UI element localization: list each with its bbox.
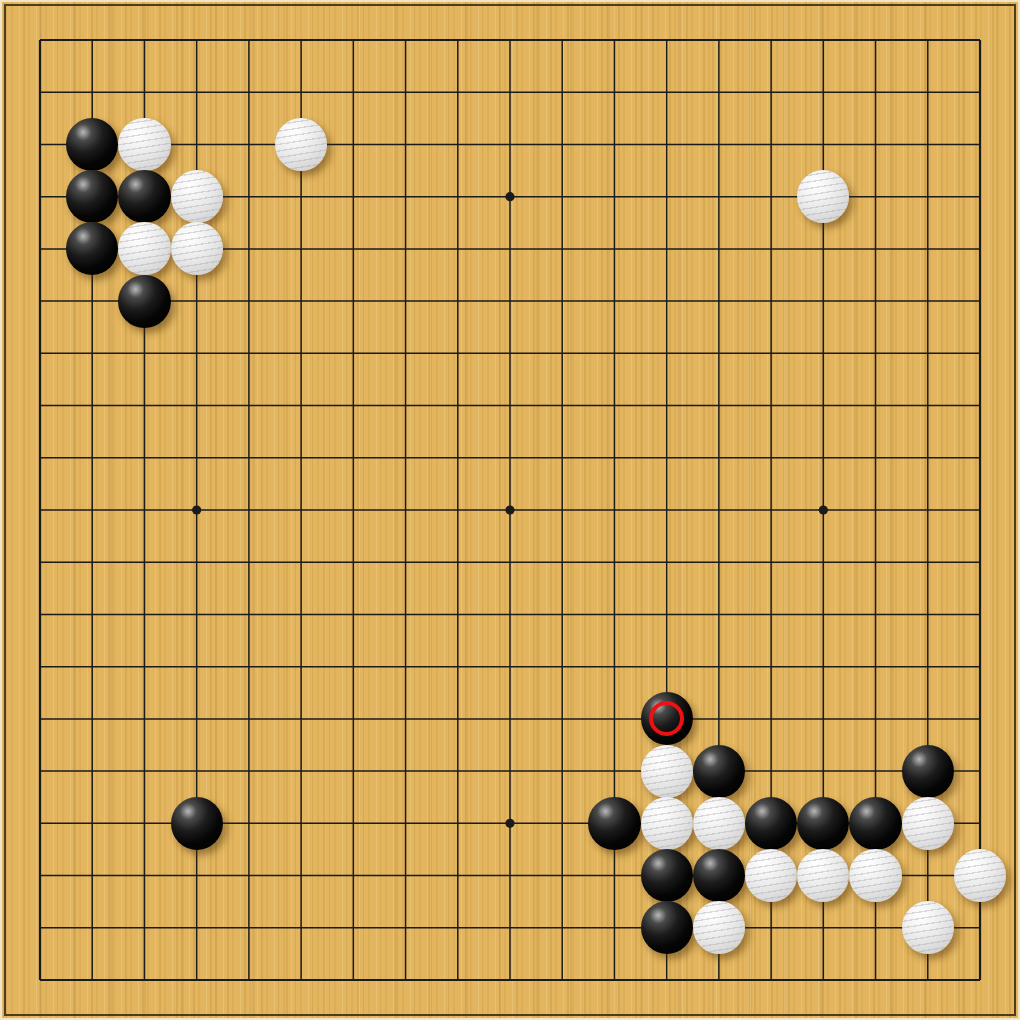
intersection-c0-r5[interactable] [14,275,66,327]
intersection-c16-r8[interactable] [849,432,901,484]
intersection-c2-r2[interactable]: ○ [118,118,170,170]
intersection-c11-r9[interactable] [588,484,640,536]
intersection-c0-r18[interactable] [14,954,66,1006]
intersection-c7-r18[interactable] [379,954,431,1006]
intersection-c15-r7[interactable] [797,379,849,431]
intersection-c15-r2[interactable] [797,118,849,170]
intersection-c18-r12[interactable] [954,641,1006,693]
intersection-c11-r4[interactable] [588,223,640,275]
intersection-c17-r0[interactable] [902,14,954,66]
intersection-c8-r6[interactable] [432,327,484,379]
intersection-c8-r4[interactable] [432,223,484,275]
intersection-c7-r11[interactable] [379,588,431,640]
intersection-c7-r17[interactable] [379,902,431,954]
intersection-c16-r14[interactable] [849,745,901,797]
intersection-c17-r16[interactable] [902,849,954,901]
intersection-c10-r11[interactable] [536,588,588,640]
intersection-c10-r4[interactable] [536,223,588,275]
intersection-c7-r7[interactable] [379,379,431,431]
intersection-c17-r13[interactable] [902,693,954,745]
intersection-c3-r10[interactable] [171,536,223,588]
intersection-c9-r14[interactable] [484,745,536,797]
intersection-c3-r14[interactable] [171,745,223,797]
intersection-c11-r18[interactable] [588,954,640,1006]
intersection-c2-r6[interactable] [118,327,170,379]
intersection-c9-r15[interactable] [484,797,536,849]
intersection-c12-r10[interactable] [641,536,693,588]
intersection-c0-r6[interactable] [14,327,66,379]
intersection-c9-r6[interactable] [484,327,536,379]
intersection-c16-r10[interactable] [849,536,901,588]
intersection-c4-r14[interactable] [223,745,275,797]
intersection-c15-r10[interactable] [797,536,849,588]
intersection-c0-r10[interactable] [14,536,66,588]
intersection-c16-r6[interactable] [849,327,901,379]
intersection-c13-r3[interactable] [693,171,745,223]
intersection-c3-r13[interactable] [171,693,223,745]
intersection-c6-r7[interactable] [327,379,379,431]
intersection-c10-r14[interactable] [536,745,588,797]
intersection-c5-r6[interactable] [275,327,327,379]
intersection-c17-r3[interactable] [902,171,954,223]
intersection-c2-r4[interactable]: ○ [118,223,170,275]
intersection-c2-r10[interactable] [118,536,170,588]
intersection-c12-r7[interactable] [641,379,693,431]
intersection-c7-r15[interactable] [379,797,431,849]
intersection-c18-r18[interactable] [954,954,1006,1006]
intersection-c12-r2[interactable] [641,118,693,170]
intersection-c6-r17[interactable] [327,902,379,954]
intersection-c6-r14[interactable] [327,745,379,797]
intersection-c10-r12[interactable] [536,641,588,693]
intersection-c5-r2[interactable]: ○ [275,118,327,170]
intersection-c15-r4[interactable] [797,223,849,275]
intersection-c4-r3[interactable] [223,171,275,223]
intersection-c1-r16[interactable] [66,849,118,901]
intersection-c18-r3[interactable] [954,171,1006,223]
intersection-c9-r0[interactable] [484,14,536,66]
intersection-c9-r12[interactable] [484,641,536,693]
intersection-c5-r11[interactable] [275,588,327,640]
intersection-c1-r3[interactable]: ● [66,171,118,223]
intersection-c4-r4[interactable] [223,223,275,275]
intersection-c9-r11[interactable] [484,588,536,640]
intersection-c9-r3[interactable] [484,171,536,223]
intersection-c1-r8[interactable] [66,432,118,484]
intersection-c4-r15[interactable] [223,797,275,849]
intersection-c14-r11[interactable] [745,588,797,640]
intersection-c18-r16[interactable]: ○ [954,849,1006,901]
intersection-c8-r17[interactable] [432,902,484,954]
intersection-c13-r8[interactable] [693,432,745,484]
intersection-c2-r8[interactable] [118,432,170,484]
intersection-c0-r2[interactable] [14,118,66,170]
intersection-c13-r14[interactable]: ● [693,745,745,797]
intersection-c15-r6[interactable] [797,327,849,379]
intersection-c14-r5[interactable] [745,275,797,327]
intersection-c18-r9[interactable] [954,484,1006,536]
intersection-c13-r16[interactable]: ● [693,849,745,901]
intersection-c15-r16[interactable]: ○ [797,849,849,901]
intersection-c15-r5[interactable] [797,275,849,327]
intersection-c9-r2[interactable] [484,118,536,170]
intersection-c10-r8[interactable] [536,432,588,484]
intersection-c7-r9[interactable] [379,484,431,536]
intersection-c7-r4[interactable] [379,223,431,275]
intersection-c7-r1[interactable] [379,66,431,118]
intersection-c0-r7[interactable] [14,379,66,431]
intersection-c9-r7[interactable] [484,379,536,431]
intersection-c0-r17[interactable] [14,902,66,954]
intersection-c11-r14[interactable] [588,745,640,797]
intersection-c13-r13[interactable] [693,693,745,745]
intersection-c12-r4[interactable] [641,223,693,275]
intersection-c6-r15[interactable] [327,797,379,849]
intersection-c8-r3[interactable] [432,171,484,223]
intersection-c3-r11[interactable] [171,588,223,640]
intersection-c0-r4[interactable] [14,223,66,275]
intersection-c11-r17[interactable] [588,902,640,954]
intersection-c16-r18[interactable] [849,954,901,1006]
intersection-c11-r10[interactable] [588,536,640,588]
intersection-c10-r1[interactable] [536,66,588,118]
intersection-c16-r9[interactable] [849,484,901,536]
intersection-c10-r3[interactable] [536,171,588,223]
intersection-c6-r16[interactable] [327,849,379,901]
intersection-c7-r12[interactable] [379,641,431,693]
intersection-c12-r1[interactable] [641,66,693,118]
intersection-c8-r16[interactable] [432,849,484,901]
intersection-c17-r4[interactable] [902,223,954,275]
intersection-c0-r8[interactable] [14,432,66,484]
intersection-c6-r9[interactable] [327,484,379,536]
intersection-c6-r6[interactable] [327,327,379,379]
intersection-c13-r11[interactable] [693,588,745,640]
intersection-c8-r2[interactable] [432,118,484,170]
intersection-c13-r9[interactable] [693,484,745,536]
intersection-c10-r15[interactable] [536,797,588,849]
intersection-c14-r1[interactable] [745,66,797,118]
intersection-c7-r10[interactable] [379,536,431,588]
intersection-c8-r18[interactable] [432,954,484,1006]
intersection-c18-r10[interactable] [954,536,1006,588]
intersection-c17-r14[interactable]: ● [902,745,954,797]
intersection-c8-r11[interactable] [432,588,484,640]
intersection-c18-r4[interactable] [954,223,1006,275]
intersection-c5-r4[interactable] [275,223,327,275]
intersection-c12-r17[interactable]: ● [641,902,693,954]
intersection-c15-r1[interactable] [797,66,849,118]
intersection-c4-r17[interactable] [223,902,275,954]
intersection-c5-r1[interactable] [275,66,327,118]
intersection-c1-r18[interactable] [66,954,118,1006]
intersection-c5-r18[interactable] [275,954,327,1006]
intersection-c6-r2[interactable] [327,118,379,170]
intersection-c3-r7[interactable] [171,379,223,431]
intersection-c16-r3[interactable] [849,171,901,223]
intersection-c12-r6[interactable] [641,327,693,379]
intersection-c9-r5[interactable] [484,275,536,327]
intersection-c0-r16[interactable] [14,849,66,901]
intersection-c1-r10[interactable] [66,536,118,588]
intersection-c2-r14[interactable] [118,745,170,797]
intersection-c17-r1[interactable] [902,66,954,118]
intersection-c2-r11[interactable] [118,588,170,640]
intersection-c10-r13[interactable] [536,693,588,745]
intersection-c16-r5[interactable] [849,275,901,327]
intersection-c1-r6[interactable] [66,327,118,379]
intersection-c14-r7[interactable] [745,379,797,431]
intersection-c2-r15[interactable] [118,797,170,849]
intersection-c4-r5[interactable] [223,275,275,327]
intersection-c4-r13[interactable] [223,693,275,745]
intersection-c8-r9[interactable] [432,484,484,536]
intersection-c2-r3[interactable]: ● [118,171,170,223]
intersection-c2-r1[interactable] [118,66,170,118]
intersection-c7-r5[interactable] [379,275,431,327]
intersection-c0-r1[interactable] [14,66,66,118]
intersection-c4-r12[interactable] [223,641,275,693]
intersection-c8-r14[interactable] [432,745,484,797]
intersection-c17-r12[interactable] [902,641,954,693]
intersection-c6-r4[interactable] [327,223,379,275]
intersection-c13-r12[interactable] [693,641,745,693]
intersection-c17-r7[interactable] [902,379,954,431]
intersection-c1-r12[interactable] [66,641,118,693]
intersection-c1-r2[interactable]: ● [66,118,118,170]
intersection-c17-r2[interactable] [902,118,954,170]
intersection-c3-r16[interactable] [171,849,223,901]
intersection-c1-r4[interactable]: ● [66,223,118,275]
intersection-c16-r7[interactable] [849,379,901,431]
intersection-c15-r14[interactable] [797,745,849,797]
intersection-c14-r8[interactable] [745,432,797,484]
intersection-c8-r12[interactable] [432,641,484,693]
intersection-c1-r17[interactable] [66,902,118,954]
intersection-c10-r18[interactable] [536,954,588,1006]
intersection-c1-r5[interactable] [66,275,118,327]
intersection-c12-r18[interactable] [641,954,693,1006]
intersection-c7-r2[interactable] [379,118,431,170]
intersection-c0-r14[interactable] [14,745,66,797]
intersection-c7-r3[interactable] [379,171,431,223]
intersection-c3-r0[interactable] [171,14,223,66]
intersection-c10-r0[interactable] [536,14,588,66]
intersection-c8-r15[interactable] [432,797,484,849]
intersection-c14-r15[interactable]: ● [745,797,797,849]
intersection-c14-r16[interactable]: ○ [745,849,797,901]
intersection-c12-r8[interactable] [641,432,693,484]
intersection-c4-r8[interactable] [223,432,275,484]
intersection-c7-r0[interactable] [379,14,431,66]
intersection-c18-r14[interactable] [954,745,1006,797]
intersection-c13-r5[interactable] [693,275,745,327]
intersection-c11-r16[interactable] [588,849,640,901]
intersection-c9-r16[interactable] [484,849,536,901]
intersection-c4-r1[interactable] [223,66,275,118]
intersection-c10-r7[interactable] [536,379,588,431]
intersection-c9-r17[interactable] [484,902,536,954]
intersection-c8-r5[interactable] [432,275,484,327]
intersection-c16-r13[interactable] [849,693,901,745]
intersection-c12-r5[interactable] [641,275,693,327]
intersection-c10-r6[interactable] [536,327,588,379]
intersection-c11-r12[interactable] [588,641,640,693]
intersection-c9-r10[interactable] [484,536,536,588]
intersection-c5-r9[interactable] [275,484,327,536]
intersection-c16-r17[interactable] [849,902,901,954]
intersection-c1-r9[interactable] [66,484,118,536]
intersection-c14-r0[interactable] [745,14,797,66]
intersection-c8-r10[interactable] [432,536,484,588]
intersection-c2-r5[interactable]: ● [118,275,170,327]
intersection-c0-r12[interactable] [14,641,66,693]
intersection-c17-r18[interactable] [902,954,954,1006]
intersection-c13-r17[interactable]: ○ [693,902,745,954]
intersection-c2-r17[interactable] [118,902,170,954]
intersection-c3-r4[interactable]: ○ [171,223,223,275]
intersection-c10-r17[interactable] [536,902,588,954]
intersection-c18-r0[interactable] [954,14,1006,66]
intersection-c9-r9[interactable] [484,484,536,536]
intersection-c3-r2[interactable] [171,118,223,170]
intersection-c13-r15[interactable]: ○ [693,797,745,849]
intersection-c10-r2[interactable] [536,118,588,170]
intersection-c12-r9[interactable] [641,484,693,536]
intersection-c5-r14[interactable] [275,745,327,797]
intersection-c13-r0[interactable] [693,14,745,66]
intersection-c5-r0[interactable] [275,14,327,66]
intersection-c12-r11[interactable] [641,588,693,640]
intersection-c18-r8[interactable] [954,432,1006,484]
intersection-c11-r7[interactable] [588,379,640,431]
intersection-c8-r7[interactable] [432,379,484,431]
intersection-c6-r13[interactable] [327,693,379,745]
intersection-c8-r8[interactable] [432,432,484,484]
intersection-c17-r5[interactable] [902,275,954,327]
intersection-c15-r9[interactable] [797,484,849,536]
intersection-c5-r10[interactable] [275,536,327,588]
intersection-c12-r13[interactable]: ● [641,693,693,745]
intersection-c1-r14[interactable] [66,745,118,797]
intersection-c4-r18[interactable] [223,954,275,1006]
intersection-c13-r1[interactable] [693,66,745,118]
intersection-c14-r12[interactable] [745,641,797,693]
intersection-c6-r5[interactable] [327,275,379,327]
intersection-c12-r3[interactable] [641,171,693,223]
intersection-c13-r10[interactable] [693,536,745,588]
intersection-c13-r4[interactable] [693,223,745,275]
intersection-c12-r15[interactable]: ○ [641,797,693,849]
intersection-c5-r17[interactable] [275,902,327,954]
intersection-c6-r1[interactable] [327,66,379,118]
intersection-c2-r18[interactable] [118,954,170,1006]
intersection-c12-r14[interactable]: ○ [641,745,693,797]
intersection-c7-r13[interactable] [379,693,431,745]
intersection-c17-r17[interactable]: ○ [902,902,954,954]
intersection-c15-r13[interactable] [797,693,849,745]
intersection-c18-r2[interactable] [954,118,1006,170]
intersection-c5-r13[interactable] [275,693,327,745]
intersection-c12-r16[interactable]: ● [641,849,693,901]
intersection-c17-r15[interactable]: ○ [902,797,954,849]
intersection-c15-r11[interactable] [797,588,849,640]
intersection-c7-r8[interactable] [379,432,431,484]
intersection-c4-r2[interactable] [223,118,275,170]
intersection-c5-r7[interactable] [275,379,327,431]
intersection-c18-r7[interactable] [954,379,1006,431]
intersection-c8-r13[interactable] [432,693,484,745]
intersection-c17-r9[interactable] [902,484,954,536]
intersection-c5-r15[interactable] [275,797,327,849]
intersection-c12-r12[interactable] [641,641,693,693]
intersection-c7-r14[interactable] [379,745,431,797]
intersection-c6-r3[interactable] [327,171,379,223]
intersection-c13-r7[interactable] [693,379,745,431]
intersection-c10-r16[interactable] [536,849,588,901]
intersection-c14-r4[interactable] [745,223,797,275]
intersection-c6-r18[interactable] [327,954,379,1006]
intersection-c7-r6[interactable] [379,327,431,379]
intersection-c5-r8[interactable] [275,432,327,484]
intersection-c17-r11[interactable] [902,588,954,640]
intersection-c9-r8[interactable] [484,432,536,484]
intersection-c13-r2[interactable] [693,118,745,170]
intersection-c1-r13[interactable] [66,693,118,745]
intersection-c14-r17[interactable] [745,902,797,954]
intersection-c2-r0[interactable] [118,14,170,66]
intersection-c13-r18[interactable] [693,954,745,1006]
intersection-c1-r11[interactable] [66,588,118,640]
intersection-c4-r10[interactable] [223,536,275,588]
intersection-c16-r2[interactable] [849,118,901,170]
intersection-c16-r15[interactable]: ● [849,797,901,849]
intersection-c16-r1[interactable] [849,66,901,118]
intersection-c11-r3[interactable] [588,171,640,223]
intersection-c0-r15[interactable] [14,797,66,849]
intersection-c18-r13[interactable] [954,693,1006,745]
intersection-c3-r3[interactable]: ○ [171,171,223,223]
intersection-c11-r2[interactable] [588,118,640,170]
intersection-c2-r12[interactable] [118,641,170,693]
intersection-c14-r14[interactable] [745,745,797,797]
intersection-c4-r6[interactable] [223,327,275,379]
intersection-c6-r10[interactable] [327,536,379,588]
intersection-c10-r10[interactable] [536,536,588,588]
intersection-c14-r13[interactable] [745,693,797,745]
intersection-c10-r5[interactable] [536,275,588,327]
intersection-c0-r0[interactable] [14,14,66,66]
intersection-c14-r9[interactable] [745,484,797,536]
intersection-c4-r11[interactable] [223,588,275,640]
intersection-c4-r0[interactable] [223,14,275,66]
intersection-c11-r0[interactable] [588,14,640,66]
intersection-c4-r9[interactable] [223,484,275,536]
intersection-c18-r5[interactable] [954,275,1006,327]
intersection-c9-r18[interactable] [484,954,536,1006]
intersection-c6-r11[interactable] [327,588,379,640]
intersection-c5-r16[interactable] [275,849,327,901]
intersection-c8-r0[interactable] [432,14,484,66]
intersection-c13-r6[interactable] [693,327,745,379]
intersection-c14-r2[interactable] [745,118,797,170]
intersection-c3-r9[interactable] [171,484,223,536]
intersection-c15-r15[interactable]: ● [797,797,849,849]
intersection-c15-r0[interactable] [797,14,849,66]
intersection-c8-r1[interactable] [432,66,484,118]
intersection-c18-r17[interactable] [954,902,1006,954]
intersection-c3-r8[interactable] [171,432,223,484]
